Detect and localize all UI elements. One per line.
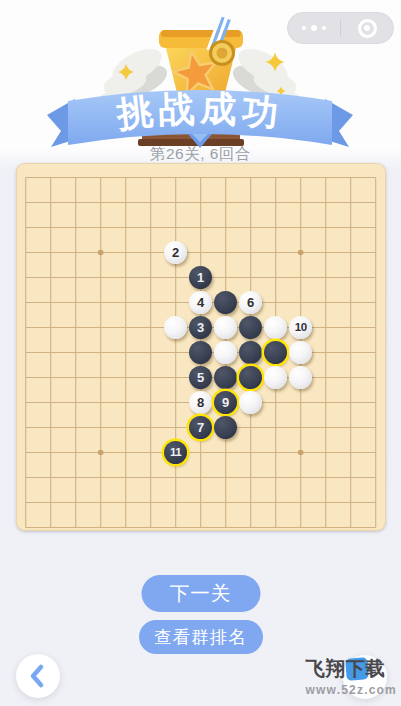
watermark: 飞翔下载 www.52z.com bbox=[306, 659, 397, 696]
wechat-capsule bbox=[287, 12, 394, 44]
sparkle-icon bbox=[117, 53, 286, 104]
more-icon bbox=[311, 25, 317, 31]
app-screen: 挑战成功 第26关, 6回合 2146310589711 下一关 查看群排名 飞… bbox=[0, 0, 401, 706]
gomoku-board[interactable]: 2146310589711 bbox=[16, 163, 386, 531]
more-button[interactable] bbox=[288, 13, 340, 43]
back-button[interactable] bbox=[16, 654, 60, 698]
exit-icon bbox=[358, 19, 377, 38]
watermark-url: www.52z.com bbox=[306, 684, 397, 696]
more-icon bbox=[322, 26, 326, 30]
medal-icon bbox=[206, 16, 235, 66]
level-subtitle: 第26关, 6回合 bbox=[0, 144, 401, 165]
svg-text:挑战成功: 挑战成功 bbox=[114, 88, 286, 135]
banner-text: 挑战成功 bbox=[114, 88, 286, 135]
star-icon bbox=[170, 47, 221, 97]
ribbon-banner-icon bbox=[47, 90, 353, 148]
chevron-left-icon bbox=[16, 654, 60, 698]
watermark-title: 飞翔下载 bbox=[306, 659, 397, 679]
group-ranking-button[interactable]: 查看群排名 bbox=[139, 620, 263, 654]
wings-icon bbox=[116, 59, 283, 102]
next-level-button[interactable]: 下一关 bbox=[141, 575, 260, 612]
exit-button[interactable] bbox=[341, 13, 393, 43]
more-icon bbox=[302, 26, 306, 30]
trophy-cup-icon bbox=[159, 16, 243, 104]
